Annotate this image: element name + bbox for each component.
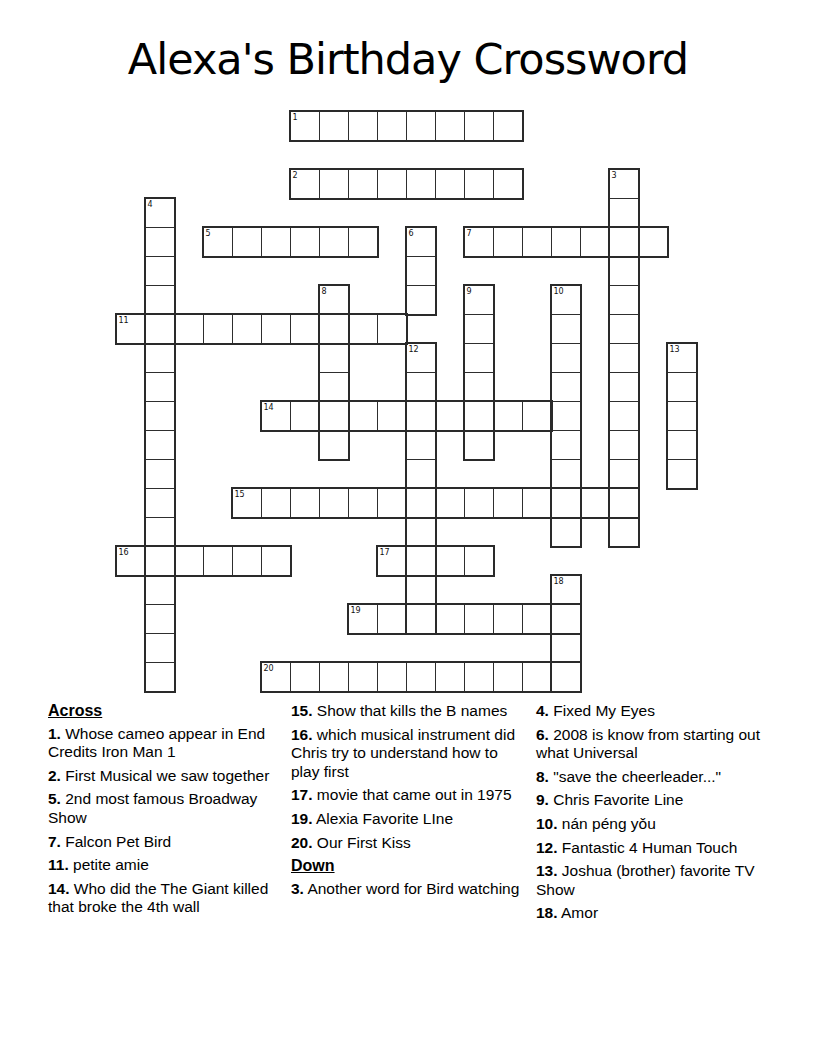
grid-cell[interactable] (290, 111, 320, 141)
grid-cell[interactable] (203, 227, 233, 257)
grid-cell[interactable] (464, 546, 494, 576)
grid-cell[interactable] (290, 314, 320, 344)
grid-cell[interactable] (348, 604, 378, 634)
clue-text: which musical instrument did Chris try t… (291, 726, 515, 780)
grid-cell[interactable] (290, 488, 320, 518)
clue-13: 13. Joshua (brother) favorite TV Show (536, 862, 774, 899)
clue-number-label: 17. (291, 786, 313, 803)
grid-cell[interactable] (551, 343, 581, 373)
grid-cell[interactable] (377, 662, 407, 692)
clue-number-label: 20. (291, 834, 313, 851)
grid-cell[interactable] (145, 256, 175, 286)
grid-cell[interactable] (406, 372, 436, 402)
grid-cell[interactable] (551, 604, 581, 634)
clue-number-label: 14. (48, 880, 70, 897)
grid-cell[interactable] (493, 111, 523, 141)
grid-cell[interactable] (261, 546, 291, 576)
grid-cell[interactable] (406, 604, 436, 634)
clue-number-label: 2. (48, 767, 61, 784)
clue-number-label: 4. (536, 702, 549, 719)
clue-number-label: 18. (536, 904, 558, 921)
clue-number-label: 13. (536, 862, 558, 879)
grid-cell[interactable] (406, 169, 436, 199)
clue-number-label: 15. (291, 702, 313, 719)
grid-cell[interactable] (261, 488, 291, 518)
grid-cell[interactable] (145, 372, 175, 402)
grid-cell[interactable] (174, 314, 204, 344)
clue-number-label: 16. (291, 726, 313, 743)
clue-text: 2nd most famous Broadway Show (48, 790, 257, 826)
clue-19: 19. Alexia Favorite LIne (291, 810, 523, 829)
grid-cell[interactable] (145, 401, 175, 431)
grid-cell[interactable] (493, 401, 523, 431)
grid-cell[interactable] (290, 227, 320, 257)
grid-cell[interactable] (609, 401, 639, 431)
grid-cell[interactable] (348, 111, 378, 141)
grid-cell[interactable] (464, 111, 494, 141)
clue-5: 5. 2nd most famous Broadway Show (48, 790, 276, 827)
clue-16: 16. which musical instrument did Chris t… (291, 726, 523, 782)
clue-number-label: 3. (291, 880, 304, 897)
grid-cell[interactable] (493, 488, 523, 518)
grid-cell[interactable] (551, 430, 581, 460)
grid-cell[interactable] (406, 546, 436, 576)
grid-cell[interactable] (377, 314, 407, 344)
clue-column-3: 4. Fixed My Eyes6. 2008 is know from sta… (536, 702, 774, 928)
grid-cell[interactable] (667, 430, 697, 460)
grid-cell[interactable] (522, 227, 552, 257)
clue-11: 11. petite amie (48, 856, 276, 875)
grid-cell[interactable] (551, 488, 581, 518)
clue-number-label: 12. (536, 839, 558, 856)
grid-cell[interactable] (667, 401, 697, 431)
grid-cell[interactable] (319, 488, 349, 518)
grid-cell[interactable] (667, 343, 697, 373)
clue-10: 10. nán péng yǒu (536, 815, 774, 834)
grid-cell[interactable] (377, 111, 407, 141)
clue-number-label: 11. (48, 856, 69, 873)
clue-17: 17. movie that came out in 1975 (291, 786, 523, 805)
grid-cell[interactable] (667, 459, 697, 489)
grid-cell[interactable] (493, 227, 523, 257)
grid-cell[interactable] (435, 546, 465, 576)
grid-cell[interactable] (551, 314, 581, 344)
clue-column-2: 15. Show that kills the B names16. which… (291, 702, 523, 903)
clue-text: Falcon Pet Bird (61, 833, 171, 850)
grid-cell[interactable] (493, 662, 523, 692)
grid-cell[interactable] (464, 285, 494, 315)
grid-cell[interactable] (319, 314, 349, 344)
clue-7: 7. Falcon Pet Bird (48, 833, 276, 852)
grid-cell[interactable] (609, 285, 639, 315)
grid-cell[interactable] (551, 401, 581, 431)
grid-cell[interactable] (319, 343, 349, 373)
grid-cell[interactable] (609, 198, 639, 228)
grid-cell[interactable] (609, 169, 639, 199)
clue-number-label: 5. (48, 790, 61, 807)
grid-cell[interactable] (464, 227, 494, 257)
grid-cell[interactable] (319, 372, 349, 402)
grid-cell[interactable] (145, 662, 175, 692)
clue-9: 9. Chris Favorite Line (536, 791, 774, 810)
grid-cell[interactable] (377, 604, 407, 634)
grid-cell[interactable] (377, 169, 407, 199)
grid-cell[interactable] (261, 662, 291, 692)
grid-cell[interactable] (406, 343, 436, 373)
clue-20: 20. Our First Kiss (291, 834, 523, 853)
grid-cell[interactable] (319, 285, 349, 315)
clue-text: Whose cameo appear in End Credits Iron M… (48, 725, 265, 761)
grid-cell[interactable] (638, 227, 668, 257)
clue-number-label: 10. (536, 815, 558, 832)
grid-cell[interactable] (609, 430, 639, 460)
grid-cell[interactable] (406, 459, 436, 489)
grid-cell[interactable] (406, 227, 436, 257)
grid-cell[interactable] (319, 169, 349, 199)
grid-cell[interactable] (203, 546, 233, 576)
crossword-page: { "title": "Alexa's Birthday Crossword",… (0, 0, 816, 1056)
clue-8: 8. "save the cheerleader..." (536, 768, 774, 787)
grid-cell[interactable] (464, 343, 494, 373)
grid-cell[interactable] (145, 633, 175, 663)
grid-cell[interactable] (290, 401, 320, 431)
grid-cell[interactable] (609, 372, 639, 402)
grid-cell[interactable] (435, 401, 465, 431)
clue-text: nán péng yǒu (558, 815, 656, 832)
grid-cell[interactable] (464, 169, 494, 199)
clue-text: Our First Kiss (313, 834, 411, 851)
clue-text: Another word for Bird watching (304, 880, 519, 897)
grid-cell[interactable] (145, 430, 175, 460)
grid-cell[interactable] (609, 488, 639, 518)
clue-15: 15. Show that kills the B names (291, 702, 523, 721)
clue-text: Fixed My Eyes (549, 702, 655, 719)
grid-cell[interactable] (493, 169, 523, 199)
clue-number-label: 9. (536, 791, 549, 808)
grid-cell[interactable] (609, 314, 639, 344)
clue-2: 2. First Musical we saw together (48, 767, 276, 786)
grid-cell[interactable] (377, 546, 407, 576)
grid-cell[interactable] (667, 372, 697, 402)
grid-cell[interactable] (145, 459, 175, 489)
grid-cell[interactable] (145, 546, 175, 576)
grid-cell[interactable] (435, 169, 465, 199)
grid-cell[interactable] (116, 546, 146, 576)
grid-cell[interactable] (319, 401, 349, 431)
clue-text: Who did the The Giant killed that broke … (48, 880, 268, 916)
grid-cell[interactable] (348, 227, 378, 257)
clue-14: 14. Who did the The Giant killed that br… (48, 880, 276, 917)
grid-cell[interactable] (261, 227, 291, 257)
grid-cell[interactable] (522, 604, 552, 634)
grid-cell[interactable] (348, 401, 378, 431)
grid-cell[interactable] (551, 285, 581, 315)
grid-cell[interactable] (145, 227, 175, 257)
grid-cell[interactable] (232, 227, 262, 257)
clue-number-label: 1. (48, 725, 61, 742)
clue-text: Chris Favorite Line (549, 791, 683, 808)
clue-text: First Musical we saw together (61, 767, 269, 784)
grid-cell[interactable] (464, 662, 494, 692)
grid-cell[interactable] (145, 198, 175, 228)
grid-cell[interactable] (406, 488, 436, 518)
grid-cell[interactable] (464, 372, 494, 402)
grid-cell[interactable] (464, 604, 494, 634)
grid-cell[interactable] (609, 517, 639, 547)
grid-cell[interactable] (174, 546, 204, 576)
grid-cell[interactable] (261, 401, 291, 431)
grid-cell[interactable] (435, 604, 465, 634)
grid-cell[interactable] (406, 111, 436, 141)
grid-cell[interactable] (406, 575, 436, 605)
grid-cell[interactable] (609, 459, 639, 489)
clue-text: Fantastic 4 Human Touch (558, 839, 738, 856)
clue-text: Amor (558, 904, 598, 921)
grid-cell[interactable] (145, 517, 175, 547)
clue-text: movie that came out in 1975 (313, 786, 512, 803)
clue-6: 6. 2008 is know from starting out what U… (536, 726, 774, 763)
grid-cell[interactable] (493, 604, 523, 634)
grid-cell[interactable] (406, 285, 436, 315)
grid-cell[interactable] (551, 517, 581, 547)
grid-cell[interactable] (522, 401, 552, 431)
grid-cell[interactable] (232, 314, 262, 344)
grid-cell[interactable] (290, 662, 320, 692)
clue-18: 18. Amor (536, 904, 774, 923)
grid-cell[interactable] (406, 662, 436, 692)
grid-cell[interactable] (232, 546, 262, 576)
grid-cell[interactable] (464, 488, 494, 518)
grid-cell[interactable] (522, 662, 552, 692)
grid-cell[interactable] (145, 343, 175, 373)
grid-cell[interactable] (348, 314, 378, 344)
grid-cell[interactable] (319, 662, 349, 692)
clue-number-label: 7. (48, 833, 61, 850)
clue-number-label: 8. (536, 768, 549, 785)
grid-cell[interactable] (261, 314, 291, 344)
clue-text: Joshua (brother) favorite TV Show (536, 862, 755, 898)
grid-cell[interactable] (551, 227, 581, 257)
grid-cell[interactable] (406, 517, 436, 547)
grid-cell[interactable] (232, 488, 262, 518)
grid-cell[interactable] (290, 169, 320, 199)
grid-cell[interactable] (435, 488, 465, 518)
down-header: Down (291, 857, 523, 876)
grid-cell[interactable] (203, 314, 233, 344)
grid-cell[interactable] (609, 343, 639, 373)
clue-number-label: 19. (291, 810, 313, 827)
grid-cell[interactable] (145, 575, 175, 605)
page-title: Alexa's Birthday Crossword (0, 34, 816, 84)
clue-1: 1. Whose cameo appear in End Credits Iro… (48, 725, 276, 762)
grid-cell[interactable] (406, 256, 436, 286)
clue-text: Alexia Favorite LIne (313, 810, 453, 827)
grid-cell[interactable] (464, 430, 494, 460)
grid-cell[interactable] (145, 314, 175, 344)
grid-cell[interactable] (348, 488, 378, 518)
grid-cell[interactable] (580, 488, 610, 518)
clue-4: 4. Fixed My Eyes (536, 702, 774, 721)
clue-column-1: Across1. Whose cameo appear in End Credi… (48, 702, 276, 922)
grid-cell[interactable] (551, 459, 581, 489)
clue-text: "save the cheerleader..." (549, 768, 721, 785)
clue-12: 12. Fantastic 4 Human Touch (536, 839, 774, 858)
grid-cell[interactable] (551, 372, 581, 402)
grid-cell[interactable] (377, 488, 407, 518)
grid-cell[interactable] (406, 401, 436, 431)
grid-cell[interactable] (116, 314, 146, 344)
clue-text: Show that kills the B names (313, 702, 508, 719)
grid-cell[interactable] (522, 488, 552, 518)
grid-cell[interactable] (319, 227, 349, 257)
grid-cell[interactable] (319, 111, 349, 141)
grid-cell[interactable] (580, 227, 610, 257)
grid-cell[interactable] (551, 662, 581, 692)
clue-text: 2008 is know from starting out what Univ… (536, 726, 760, 762)
clue-3: 3. Another word for Bird watching (291, 880, 523, 899)
clue-number-label: 6. (536, 726, 549, 743)
grid-cell[interactable] (609, 227, 639, 257)
grid-cell[interactable] (551, 575, 581, 605)
grid-cell[interactable] (348, 169, 378, 199)
grid-cell[interactable] (348, 662, 378, 692)
clue-text: petite amie (69, 856, 149, 873)
grid-cell[interactable] (145, 604, 175, 634)
grid-cell[interactable] (145, 285, 175, 315)
grid-cell[interactable] (551, 633, 581, 663)
grid-cell[interactable] (464, 401, 494, 431)
grid-cell[interactable] (435, 111, 465, 141)
grid-cell[interactable] (319, 430, 349, 460)
grid-cell[interactable] (435, 662, 465, 692)
grid-cell[interactable] (464, 314, 494, 344)
grid-cell[interactable] (406, 430, 436, 460)
grid-cell[interactable] (377, 401, 407, 431)
grid-cell[interactable] (145, 488, 175, 518)
grid-cell[interactable] (609, 256, 639, 286)
across-header: Across (48, 702, 276, 721)
